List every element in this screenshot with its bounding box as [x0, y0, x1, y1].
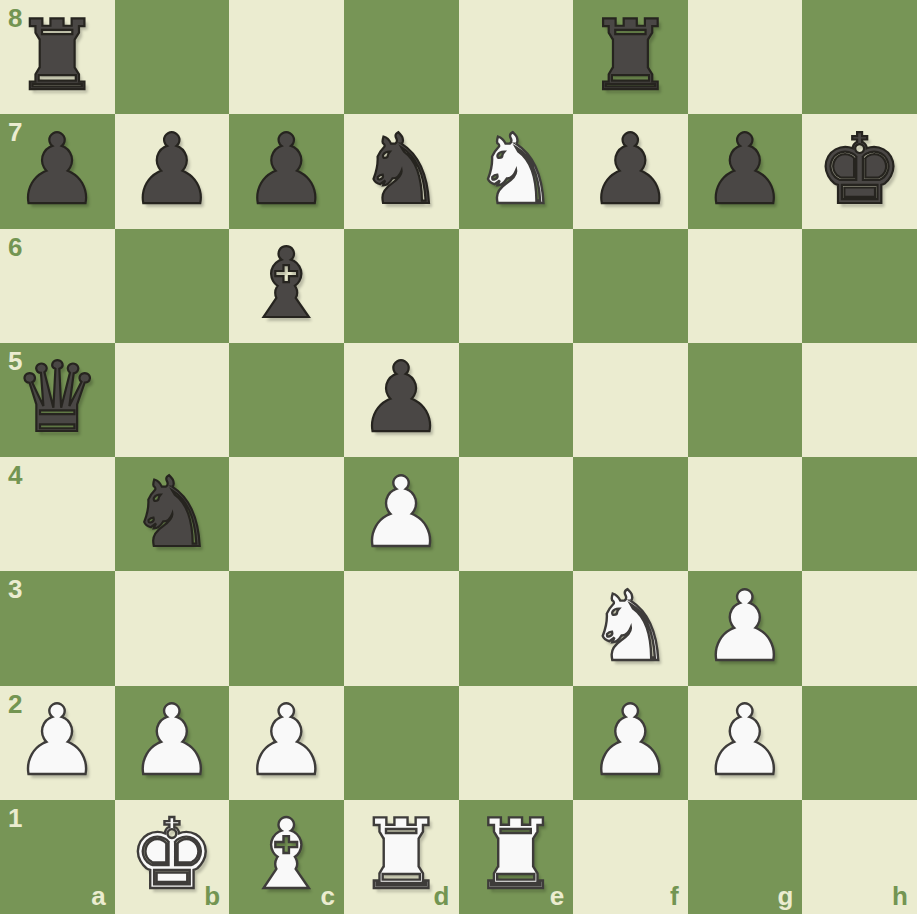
white-pawn[interactable]: ♟	[702, 578, 789, 675]
white-pawn[interactable]: ♟	[128, 692, 215, 789]
black-pawn[interactable]: ♟	[358, 349, 445, 446]
square-c4[interactable]	[229, 457, 344, 571]
square-g2[interactable]: ♟	[688, 686, 803, 800]
square-a1[interactable]: 1a	[0, 800, 115, 914]
white-knight[interactable]: ♞	[587, 578, 674, 675]
square-h3[interactable]	[802, 571, 917, 685]
black-pawn[interactable]: ♟	[587, 121, 674, 218]
black-rook[interactable]: ♜	[587, 7, 674, 104]
white-rook[interactable]: ♜	[358, 806, 445, 903]
square-f8[interactable]: ♜	[573, 0, 688, 114]
square-a2[interactable]: ♟2	[0, 686, 115, 800]
square-e7[interactable]: ♞	[459, 114, 574, 228]
white-pawn[interactable]: ♟	[14, 692, 101, 789]
square-a3[interactable]: 3	[0, 571, 115, 685]
file-label-a: a	[91, 883, 105, 909]
square-e4[interactable]	[459, 457, 574, 571]
square-h5[interactable]	[802, 343, 917, 457]
black-rook[interactable]: ♜	[14, 7, 101, 104]
square-d6[interactable]	[344, 229, 459, 343]
black-king[interactable]: ♚	[816, 121, 903, 218]
square-f4[interactable]	[573, 457, 688, 571]
square-b1[interactable]: ♚b	[115, 800, 230, 914]
square-g8[interactable]	[688, 0, 803, 114]
square-c1[interactable]: ♝c	[229, 800, 344, 914]
black-pawn[interactable]: ♟	[128, 121, 215, 218]
white-knight[interactable]: ♞	[472, 121, 559, 218]
chess-board: ♜8♜♟7♟♟♞♞♟♟♚6♝♛5♟4♞♟3♞♟♟2♟♟♟♟1a♚b♝c♜d♜ef…	[0, 0, 917, 914]
rank-label-4: 4	[8, 462, 22, 488]
square-b5[interactable]	[115, 343, 230, 457]
square-g7[interactable]: ♟	[688, 114, 803, 228]
square-f3[interactable]: ♞	[573, 571, 688, 685]
white-king[interactable]: ♚	[128, 806, 215, 903]
square-c6[interactable]: ♝	[229, 229, 344, 343]
square-d5[interactable]: ♟	[344, 343, 459, 457]
square-g3[interactable]: ♟	[688, 571, 803, 685]
square-b2[interactable]: ♟	[115, 686, 230, 800]
square-d7[interactable]: ♞	[344, 114, 459, 228]
square-a7[interactable]: ♟7	[0, 114, 115, 228]
black-pawn[interactable]: ♟	[14, 121, 101, 218]
black-knight[interactable]: ♞	[128, 464, 215, 561]
white-pawn[interactable]: ♟	[358, 464, 445, 561]
square-d3[interactable]	[344, 571, 459, 685]
square-h6[interactable]	[802, 229, 917, 343]
black-knight[interactable]: ♞	[358, 121, 445, 218]
square-a6[interactable]: 6	[0, 229, 115, 343]
square-e6[interactable]	[459, 229, 574, 343]
square-g5[interactable]	[688, 343, 803, 457]
square-c3[interactable]	[229, 571, 344, 685]
square-e8[interactable]	[459, 0, 574, 114]
white-bishop[interactable]: ♝	[243, 806, 330, 903]
square-c7[interactable]: ♟	[229, 114, 344, 228]
square-h4[interactable]	[802, 457, 917, 571]
square-g1[interactable]: g	[688, 800, 803, 914]
square-e2[interactable]	[459, 686, 574, 800]
file-label-h: h	[892, 883, 908, 909]
square-f5[interactable]	[573, 343, 688, 457]
square-b8[interactable]	[115, 0, 230, 114]
rank-label-3: 3	[8, 576, 22, 602]
file-label-f: f	[670, 883, 679, 909]
square-f2[interactable]: ♟	[573, 686, 688, 800]
rank-label-6: 6	[8, 234, 22, 260]
white-pawn[interactable]: ♟	[243, 692, 330, 789]
white-pawn[interactable]: ♟	[702, 692, 789, 789]
square-a4[interactable]: 4	[0, 457, 115, 571]
square-g6[interactable]	[688, 229, 803, 343]
square-h8[interactable]	[802, 0, 917, 114]
square-g4[interactable]	[688, 457, 803, 571]
square-e1[interactable]: ♜e	[459, 800, 574, 914]
white-pawn[interactable]: ♟	[587, 692, 674, 789]
black-pawn[interactable]: ♟	[243, 121, 330, 218]
black-pawn[interactable]: ♟	[702, 121, 789, 218]
square-b6[interactable]	[115, 229, 230, 343]
square-b7[interactable]: ♟	[115, 114, 230, 228]
square-f7[interactable]: ♟	[573, 114, 688, 228]
rank-label-1: 1	[8, 805, 22, 831]
square-a8[interactable]: ♜8	[0, 0, 115, 114]
square-h1[interactable]: h	[802, 800, 917, 914]
black-bishop[interactable]: ♝	[243, 235, 330, 332]
square-d8[interactable]	[344, 0, 459, 114]
square-e5[interactable]	[459, 343, 574, 457]
square-e3[interactable]	[459, 571, 574, 685]
square-d4[interactable]: ♟	[344, 457, 459, 571]
square-b4[interactable]: ♞	[115, 457, 230, 571]
square-f1[interactable]: f	[573, 800, 688, 914]
square-c2[interactable]: ♟	[229, 686, 344, 800]
square-d1[interactable]: ♜d	[344, 800, 459, 914]
file-label-g: g	[777, 883, 793, 909]
black-queen[interactable]: ♛	[14, 349, 101, 446]
square-f6[interactable]	[573, 229, 688, 343]
square-b3[interactable]	[115, 571, 230, 685]
square-c5[interactable]	[229, 343, 344, 457]
square-c8[interactable]	[229, 0, 344, 114]
square-a5[interactable]: ♛5	[0, 343, 115, 457]
square-d2[interactable]	[344, 686, 459, 800]
square-h7[interactable]: ♚	[802, 114, 917, 228]
square-h2[interactable]	[802, 686, 917, 800]
white-rook[interactable]: ♜	[472, 806, 559, 903]
